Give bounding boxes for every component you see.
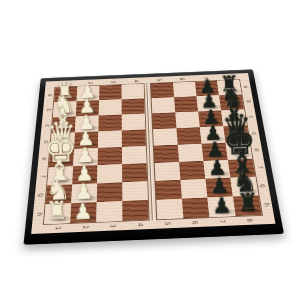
rank-label-top-7: 7: [199, 71, 209, 86]
square-c6: [175, 111, 200, 128]
square-h8: ♜: [233, 195, 262, 216]
rank-label-top-1: 1: [62, 76, 71, 91]
file-label-right-b: b: [236, 98, 260, 105]
square-f6: [179, 161, 205, 180]
square-h7: ♟: [207, 197, 235, 218]
square-e5: [154, 145, 179, 163]
square-d4: [122, 130, 146, 148]
square-g6: [180, 179, 207, 199]
board-half-white-side: ♜♟♞♟♝♟♛♟♚♟♝♟♞♟♜♟: [43, 83, 150, 225]
square-h5: [156, 199, 183, 220]
rank-label-top-4: 4: [131, 73, 140, 88]
square-c5: [152, 112, 176, 129]
square-h3: [96, 201, 122, 222]
square-d3: [98, 131, 122, 149]
white-pawn: ♟: [73, 201, 93, 221]
black-rook: ♜: [236, 191, 259, 214]
square-d6: [176, 127, 201, 144]
square-e3: [98, 147, 122, 165]
square-b5: [152, 97, 176, 113]
square-c3: [98, 115, 121, 132]
square-b3: [99, 99, 122, 115]
square-f5: [155, 162, 181, 181]
square-e6: [178, 144, 204, 162]
board-tilt-wrapper: 12345678 12345678 abcdefgh abcdefgh ♜♟♞♟…: [28, 27, 272, 269]
rank-label-top-3: 3: [109, 74, 117, 89]
board-margin: 12345678 12345678 abcdefgh abcdefgh ♜♟♞♟…: [31, 73, 275, 234]
square-h4: [122, 200, 148, 221]
file-label-left-a: a: [38, 92, 61, 98]
square-b6: [174, 96, 198, 112]
square-h2: ♟: [70, 202, 97, 223]
file-label-left-b: b: [37, 107, 60, 114]
file-label-right-a: a: [234, 84, 257, 90]
square-c4: [122, 114, 146, 131]
square-h6: [182, 198, 210, 219]
white-rook: ♜: [45, 199, 68, 222]
square-b4: [122, 98, 145, 114]
square-d5: [153, 128, 178, 145]
square-g5: [155, 180, 181, 200]
product-photo: 12345678 12345678 abcdefgh abcdefgh ♜♟♞♟…: [0, 0, 300, 300]
square-g4: [122, 181, 148, 201]
board-halves: ♜♟♞♟♝♟♛♟♚♟♝♟♞♟♜♟ ♟♜♟♞♟♝♟♛♟♚♟♝♟♞♟♜: [43, 79, 263, 225]
square-e4: [122, 146, 147, 164]
rank-label-top-5: 5: [154, 72, 163, 87]
photo-stage: 12345678 12345678 abcdefgh abcdefgh ♜♟♞♟…: [0, 0, 300, 300]
rank-label-top-2: 2: [85, 75, 94, 90]
rank-label-top-6: 6: [177, 71, 187, 86]
square-f3: [97, 164, 122, 183]
square-h1: ♜: [44, 203, 71, 224]
square-f4: [122, 163, 147, 182]
square-g3: [97, 182, 123, 202]
black-pawn: ♟: [212, 195, 232, 215]
chess-board-frame: 12345678 12345678 abcdefgh abcdefgh ♜♟♞♟…: [23, 69, 284, 245]
